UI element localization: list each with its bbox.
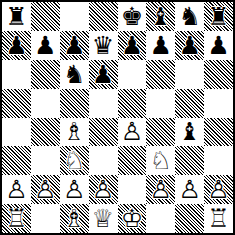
white-queen-icon: ♕ <box>89 204 118 233</box>
black-pawn-icon: ♟ <box>89 60 118 89</box>
black-knight-icon: ♞ <box>175 2 204 31</box>
square-c3[interactable]: ♞♘ <box>60 146 89 175</box>
square-e2[interactable] <box>118 175 147 204</box>
black-pawn-icon: ♟ <box>60 31 89 60</box>
square-d4[interactable] <box>89 118 118 147</box>
white-bishop-icon: ♗ <box>60 204 89 233</box>
square-g7[interactable]: ♟ <box>175 31 204 60</box>
black-bishop-icon: ♝ <box>175 118 204 147</box>
square-c8[interactable] <box>60 2 89 31</box>
square-g8[interactable]: ♞ <box>175 2 204 31</box>
black-rook-icon: ♜ <box>2 2 31 31</box>
square-b8[interactable] <box>31 2 60 31</box>
square-h7[interactable]: ♟ <box>204 31 233 60</box>
square-e3[interactable] <box>118 146 147 175</box>
white-pawn-icon: ♙ <box>204 175 233 204</box>
square-f8[interactable]: ♝ <box>146 2 175 31</box>
square-g1[interactable] <box>175 204 204 233</box>
square-h4[interactable] <box>204 118 233 147</box>
square-a4[interactable] <box>2 118 31 147</box>
white-pawn-icon: ♙ <box>146 175 175 204</box>
square-d1[interactable]: ♛♕ <box>89 204 118 233</box>
square-c5[interactable] <box>60 89 89 118</box>
square-d8[interactable] <box>89 2 118 31</box>
white-knight-icon: ♘ <box>60 146 89 175</box>
white-pawn-icon: ♙ <box>89 175 118 204</box>
square-c2[interactable]: ♟♙ <box>60 175 89 204</box>
square-g5[interactable] <box>175 89 204 118</box>
square-f3[interactable]: ♞♘ <box>146 146 175 175</box>
white-king-icon: ♔ <box>118 204 147 233</box>
square-a7[interactable]: ♟ <box>2 31 31 60</box>
square-h3[interactable] <box>204 146 233 175</box>
square-f7[interactable]: ♟ <box>146 31 175 60</box>
square-e7[interactable]: ♟ <box>118 31 147 60</box>
square-c6[interactable]: ♞ <box>60 60 89 89</box>
square-h5[interactable] <box>204 89 233 118</box>
black-pawn-icon: ♟ <box>31 31 60 60</box>
square-a2[interactable]: ♟♙ <box>2 175 31 204</box>
square-a3[interactable] <box>2 146 31 175</box>
square-f6[interactable] <box>146 60 175 89</box>
square-d3[interactable] <box>89 146 118 175</box>
black-queen-icon: ♛ <box>89 31 118 60</box>
square-a5[interactable] <box>2 89 31 118</box>
square-h6[interactable] <box>204 60 233 89</box>
square-d7[interactable]: ♛ <box>89 31 118 60</box>
black-king-icon: ♚ <box>118 2 147 31</box>
black-pawn-icon: ♟ <box>118 31 147 60</box>
square-c1[interactable]: ♝♗ <box>60 204 89 233</box>
square-f4[interactable] <box>146 118 175 147</box>
white-rook-icon: ♖ <box>2 204 31 233</box>
square-h1[interactable]: ♜♖ <box>204 204 233 233</box>
white-bishop-icon: ♗ <box>60 118 89 147</box>
white-pawn-icon: ♙ <box>175 175 204 204</box>
square-a8[interactable]: ♜ <box>2 2 31 31</box>
square-b1[interactable] <box>31 204 60 233</box>
chess-board: ♜♚♝♞♜♟♟♟♛♟♟♟♟♞♟♝♗♟♙♝♞♘♞♘♟♙♟♙♟♙♟♙♟♙♟♙♟♙♜♖… <box>0 0 235 235</box>
square-b5[interactable] <box>31 89 60 118</box>
square-g6[interactable] <box>175 60 204 89</box>
white-pawn-icon: ♙ <box>60 175 89 204</box>
black-rook-icon: ♜ <box>204 2 233 31</box>
black-knight-icon: ♞ <box>60 60 89 89</box>
white-pawn-icon: ♙ <box>118 118 147 147</box>
square-f5[interactable] <box>146 89 175 118</box>
white-rook-icon: ♖ <box>204 204 233 233</box>
white-pawn-icon: ♙ <box>31 175 60 204</box>
square-d2[interactable]: ♟♙ <box>89 175 118 204</box>
square-e4[interactable]: ♟♙ <box>118 118 147 147</box>
square-b6[interactable] <box>31 60 60 89</box>
square-f1[interactable] <box>146 204 175 233</box>
square-c4[interactable]: ♝♗ <box>60 118 89 147</box>
square-e5[interactable] <box>118 89 147 118</box>
square-h2[interactable]: ♟♙ <box>204 175 233 204</box>
white-pawn-icon: ♙ <box>2 175 31 204</box>
square-b7[interactable]: ♟ <box>31 31 60 60</box>
square-c7[interactable]: ♟ <box>60 31 89 60</box>
square-a1[interactable]: ♜♖ <box>2 204 31 233</box>
square-d6[interactable]: ♟ <box>89 60 118 89</box>
black-pawn-icon: ♟ <box>2 31 31 60</box>
white-knight-icon: ♘ <box>146 146 175 175</box>
square-f2[interactable]: ♟♙ <box>146 175 175 204</box>
square-e1[interactable]: ♚♔ <box>118 204 147 233</box>
square-b3[interactable] <box>31 146 60 175</box>
square-b4[interactable] <box>31 118 60 147</box>
square-e8[interactable]: ♚ <box>118 2 147 31</box>
square-e6[interactable] <box>118 60 147 89</box>
square-g3[interactable] <box>175 146 204 175</box>
square-g2[interactable]: ♟♙ <box>175 175 204 204</box>
black-pawn-icon: ♟ <box>204 31 233 60</box>
square-g4[interactable]: ♝ <box>175 118 204 147</box>
square-d5[interactable] <box>89 89 118 118</box>
black-pawn-icon: ♟ <box>175 31 204 60</box>
black-bishop-icon: ♝ <box>146 2 175 31</box>
square-h8[interactable]: ♜ <box>204 2 233 31</box>
black-pawn-icon: ♟ <box>146 31 175 60</box>
square-a6[interactable] <box>2 60 31 89</box>
square-b2[interactable]: ♟♙ <box>31 175 60 204</box>
